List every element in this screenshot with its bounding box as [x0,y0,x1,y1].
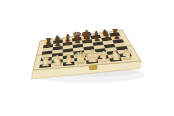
product-photo: ♜♞♝♛♚♝♞♜♟♟♟♟♟♟♟♟♟♟♟♟♟♟♟♟♜♞♝♛♚♝♞♜ [0,0,174,116]
piece-black-pawn[interactable]: ♟ [113,32,120,41]
piece-white-knight[interactable]: ♞ [110,48,121,63]
piece-black-pawn[interactable]: ♟ [45,40,52,49]
piece-black-pawn[interactable]: ♟ [84,35,91,44]
piece-white-rook[interactable]: ♜ [40,56,50,69]
piece-white-knight[interactable]: ♞ [51,53,62,68]
piece-black-pawn[interactable]: ♟ [64,38,71,47]
piece-white-rook[interactable]: ♜ [123,49,133,62]
piece-black-pawn[interactable]: ♟ [55,39,62,48]
piece-black-pawn[interactable]: ♟ [104,33,111,42]
piece-black-pawn[interactable]: ♟ [94,34,101,43]
chess-set-photo: ♜♞♝♛♚♝♞♜♟♟♟♟♟♟♟♟♟♟♟♟♟♟♟♟♜♞♝♛♚♝♞♜ [0,0,174,116]
piece-white-bishop[interactable]: ♝ [98,49,110,64]
piece-black-pawn[interactable]: ♟ [74,36,81,45]
